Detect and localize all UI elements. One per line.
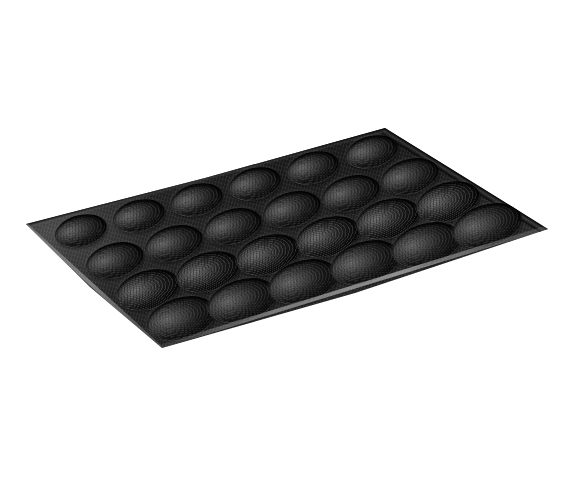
- silicone-baking-mat: [0, 0, 563, 493]
- product-photo: [0, 0, 563, 493]
